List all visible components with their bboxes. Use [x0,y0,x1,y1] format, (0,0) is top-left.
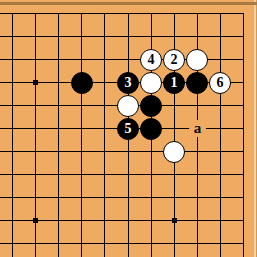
grid-hline [0,174,244,175]
stone-white-move-2: 2 [163,49,185,71]
stone-black-move-1: 1 [163,72,185,94]
grid-hline [0,243,244,244]
stone-white [140,72,162,94]
stone-black [140,118,162,140]
board-top-edge [0,2,257,5]
grid-hline [0,13,244,14]
stone-white [117,95,139,117]
go-board: 423165a [0,0,257,257]
board-right-cut-edge-outer [256,0,257,257]
stone-black [71,72,93,94]
stone-black [186,72,208,94]
grid-hline [0,197,244,198]
star-point [33,80,38,85]
stone-white [186,49,208,71]
stone-black-move-3: 3 [117,72,139,94]
stone-white [163,141,185,163]
stone-white-move-6: 6 [209,72,231,94]
stone-black-move-5: 5 [117,118,139,140]
grid-hline [0,36,244,37]
point-label-a: a [189,120,206,137]
grid-hline [0,151,244,152]
stone-white-move-4: 4 [140,49,162,71]
stone-black [140,95,162,117]
star-point [33,218,38,223]
star-point [172,218,177,223]
